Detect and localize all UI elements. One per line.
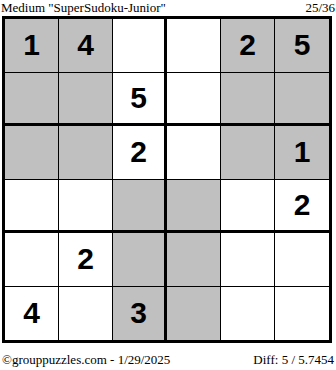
cell-r2c2-empty[interactable] [59, 73, 113, 127]
cell-r2c5-empty[interactable] [221, 73, 275, 127]
cell-r4c1-empty[interactable] [5, 180, 59, 234]
cell-r3c2-empty[interactable] [59, 126, 113, 180]
cell-r3c5-empty[interactable] [221, 126, 275, 180]
cell-r6c3-given: 3 [113, 287, 167, 341]
blank-count: 25/36 [305, 1, 335, 15]
cell-r6c6-empty[interactable] [275, 287, 329, 341]
page-title: Medium "SuperSudoku-Junior" [1, 1, 166, 15]
cell-r1c6-given: 5 [275, 19, 329, 73]
cell-r4c3-empty[interactable] [113, 180, 167, 234]
cell-r1c2-given: 4 [59, 19, 113, 73]
difficulty-rating: Diff: 5 / 5.7454 [253, 353, 334, 367]
cell-r6c4-empty[interactable] [167, 287, 221, 341]
cell-r3c3-given: 2 [113, 126, 167, 180]
cell-r1c4-empty[interactable] [167, 19, 221, 73]
cell-r5c2-given: 2 [59, 233, 113, 287]
cell-r3c1-empty[interactable] [5, 126, 59, 180]
cell-r4c4-empty[interactable] [167, 180, 221, 234]
cell-r2c1-empty[interactable] [5, 73, 59, 127]
cell-r2c6-empty[interactable] [275, 73, 329, 127]
sudoku-board: 14255212243 [2, 16, 332, 343]
cell-r6c1-given: 4 [5, 287, 59, 341]
cell-r1c1-given: 1 [5, 19, 59, 73]
cell-r5c5-empty[interactable] [221, 233, 275, 287]
cell-r6c5-empty[interactable] [221, 287, 275, 341]
cell-r2c4-empty[interactable] [167, 73, 221, 127]
cell-r3c6-given: 1 [275, 126, 329, 180]
cell-r3c4-empty[interactable] [167, 126, 221, 180]
cell-r5c1-empty[interactable] [5, 233, 59, 287]
cell-r4c6-given: 2 [275, 180, 329, 234]
cell-r1c5-given: 2 [221, 19, 275, 73]
cell-r1c3-empty[interactable] [113, 19, 167, 73]
cell-r5c6-empty[interactable] [275, 233, 329, 287]
cell-r4c5-empty[interactable] [221, 180, 275, 234]
cell-r6c2-empty[interactable] [59, 287, 113, 341]
cell-r5c3-empty[interactable] [113, 233, 167, 287]
cell-r4c2-empty[interactable] [59, 180, 113, 234]
copyright-date: ©grouppuzzles.com - 1/29/2025 [2, 353, 170, 367]
cell-r5c4-empty[interactable] [167, 233, 221, 287]
cell-r2c3-given: 5 [113, 73, 167, 127]
